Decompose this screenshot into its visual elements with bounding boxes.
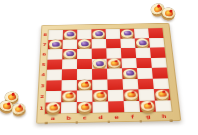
file-label-e: e [108, 113, 124, 121]
square-b8[interactable] [63, 30, 77, 40]
square-h1[interactable] [155, 100, 172, 112]
square-c7[interactable] [77, 39, 92, 49]
orange-character-icon [164, 9, 173, 16]
board-grid [45, 28, 172, 113]
square-h2[interactable] [154, 89, 171, 100]
square-b2[interactable] [61, 90, 77, 101]
square-d6[interactable] [92, 48, 107, 58]
purple-character-icon [81, 41, 89, 46]
checker-piece-purple-c7[interactable] [78, 39, 91, 48]
square-h6[interactable] [150, 47, 166, 57]
square-f7[interactable] [120, 38, 135, 48]
square-f4[interactable] [122, 68, 138, 79]
square-c6[interactable] [77, 49, 92, 59]
square-c2[interactable] [77, 90, 93, 101]
square-d7[interactable] [92, 39, 107, 49]
square-c1[interactable] [77, 101, 93, 113]
square-g3[interactable] [138, 78, 154, 89]
square-b1[interactable] [61, 102, 77, 114]
square-e4[interactable] [107, 68, 123, 79]
square-b5[interactable] [62, 59, 77, 70]
file-label-g: g [140, 112, 157, 120]
square-b3[interactable] [61, 80, 76, 91]
orange-character-icon [7, 94, 16, 101]
square-c3[interactable] [77, 79, 92, 90]
orange-character-icon [127, 92, 136, 98]
square-a2[interactable] [46, 91, 62, 102]
orange-character-icon [80, 104, 88, 110]
square-g8[interactable] [134, 28, 149, 38]
square-e6[interactable] [106, 48, 121, 58]
off-board-piece-top-right-2[interactable] [161, 7, 176, 19]
square-c8[interactable] [77, 29, 91, 39]
square-g4[interactable] [137, 68, 153, 79]
square-d8[interactable] [91, 29, 106, 39]
square-f2[interactable] [123, 89, 139, 100]
rank-label-5: 5 [40, 59, 47, 69]
purple-character-icon [123, 31, 131, 36]
orange-character-icon [158, 92, 167, 98]
checker-piece-orange-e5[interactable] [108, 59, 121, 68]
orange-character-icon [96, 93, 104, 99]
rank-label-3: 3 [39, 80, 47, 91]
purple-character-icon [95, 61, 103, 66]
orange-character-icon [14, 105, 23, 112]
checker-piece-orange-c1[interactable] [78, 102, 92, 113]
square-d5[interactable] [92, 58, 107, 69]
orange-character-icon [65, 93, 73, 99]
square-b7[interactable] [63, 39, 78, 49]
square-f6[interactable] [121, 48, 136, 58]
square-f1[interactable] [124, 100, 140, 112]
rank-label-8: 8 [42, 30, 49, 40]
orange-character-icon [153, 5, 162, 13]
square-c5[interactable] [77, 59, 92, 70]
square-g6[interactable] [135, 48, 150, 58]
checker-piece-orange-c3[interactable] [78, 80, 91, 90]
square-g2[interactable] [138, 89, 154, 100]
checkers-board: abcdefgh 87654321 [36, 23, 181, 124]
file-label-f: f [124, 113, 140, 121]
rank-label-1: 1 [38, 102, 46, 114]
square-h5[interactable] [151, 57, 167, 67]
purple-character-icon [66, 51, 74, 56]
square-b6[interactable] [62, 49, 77, 59]
square-c4[interactable] [77, 69, 92, 80]
square-a5[interactable] [47, 59, 62, 70]
square-e7[interactable] [106, 38, 121, 48]
purple-character-icon [138, 40, 146, 45]
square-a7[interactable] [48, 39, 63, 49]
checker-piece-purple-b8[interactable] [64, 30, 77, 39]
purple-character-icon [95, 32, 103, 37]
rank-label-7: 7 [41, 40, 48, 50]
square-d3[interactable] [92, 79, 108, 90]
checker-piece-orange-a1[interactable] [46, 103, 60, 114]
dowel-dot [170, 119, 173, 121]
square-h3[interactable] [153, 78, 169, 89]
purple-character-icon [51, 42, 59, 47]
square-g5[interactable] [136, 58, 152, 68]
square-a3[interactable] [46, 80, 62, 91]
square-a8[interactable] [48, 30, 63, 40]
square-d2[interactable] [92, 90, 108, 101]
checker-piece-purple-a7[interactable] [49, 40, 62, 49]
square-d4[interactable] [92, 69, 107, 80]
file-label-d: d [93, 113, 109, 121]
checker-piece-orange-h2[interactable] [155, 89, 169, 99]
off-board-piece-bottom-left-5[interactable] [11, 103, 26, 116]
rank-label-4: 4 [39, 70, 47, 81]
square-a1[interactable] [45, 102, 61, 114]
square-e5[interactable] [107, 58, 122, 69]
square-g1[interactable] [139, 100, 156, 112]
file-label-b: b [61, 114, 77, 122]
orange-character-icon [80, 82, 88, 87]
square-h8[interactable] [148, 28, 163, 38]
purple-character-icon [66, 32, 74, 37]
checker-piece-orange-b2[interactable] [62, 91, 76, 101]
square-f5[interactable] [121, 58, 137, 68]
orange-character-icon [2, 103, 11, 109]
rank-label-2: 2 [38, 91, 46, 102]
square-d1[interactable] [92, 101, 108, 113]
checker-piece-purple-d8[interactable] [92, 30, 105, 39]
square-f8[interactable] [120, 29, 135, 39]
square-a4[interactable] [47, 69, 62, 80]
file-label-c: c [77, 114, 93, 122]
orange-character-icon [49, 105, 58, 111]
square-h4[interactable] [152, 68, 168, 79]
checker-piece-purple-f8[interactable] [121, 29, 134, 38]
square-e3[interactable] [107, 79, 123, 90]
square-h7[interactable] [149, 38, 164, 48]
dowel-dot [75, 121, 78, 123]
square-f3[interactable] [122, 79, 138, 90]
dowel-dot [45, 122, 48, 124]
checker-piece-orange-f2[interactable] [124, 90, 138, 100]
checker-piece-orange-d2[interactable] [93, 91, 107, 101]
checker-piece-purple-b6[interactable] [63, 49, 76, 58]
checker-piece-purple-g7[interactable] [136, 38, 149, 47]
orange-character-icon [110, 61, 118, 66]
square-e2[interactable] [108, 90, 124, 101]
rank-label-6: 6 [41, 49, 48, 59]
checker-piece-purple-f4[interactable] [123, 69, 137, 79]
orange-character-icon [143, 103, 152, 109]
square-e1[interactable] [108, 101, 124, 113]
square-g7[interactable] [135, 38, 150, 48]
checker-piece-orange-g1[interactable] [140, 101, 154, 111]
product-photo: abcdefgh 87654321 [0, 0, 198, 135]
square-b4[interactable] [62, 69, 77, 80]
square-e8[interactable] [106, 29, 121, 39]
checker-piece-purple-d5[interactable] [93, 59, 106, 68]
square-a6[interactable] [47, 49, 62, 59]
purple-character-icon [126, 71, 134, 76]
